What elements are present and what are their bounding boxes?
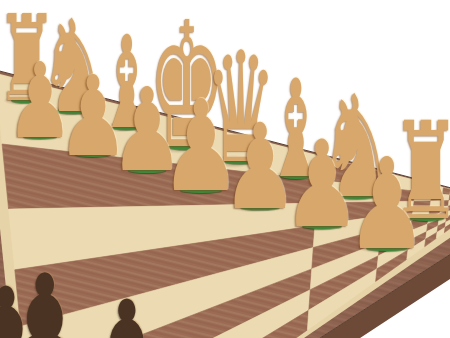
chess-set-photo: ♜♞♝♚♛♝♞♜♟♟♟♟♟♟♟♟♟♟ (0, 0, 450, 338)
piece-black-pawn-offboard: ♟ (0, 268, 54, 338)
piece-black-pawn-g7: ♟ (79, 281, 176, 338)
pieces-layer: ♜♞♝♚♛♝♞♜♟♟♟♟♟♟♟♟♟♟ (0, 0, 450, 338)
piece-white-pawn-b2: ♟ (346, 142, 427, 268)
